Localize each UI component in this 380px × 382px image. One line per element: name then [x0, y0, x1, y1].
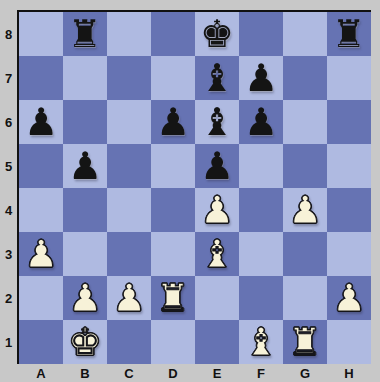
chess-diagram: 87654321 ♜♚♜♝♟♟♟♝♟♟♟♟♟♟♝♟♟♜♟♚♝♜ ABCDEFGH — [0, 0, 380, 382]
square-a4[interactable] — [19, 188, 63, 232]
square-h5[interactable] — [327, 144, 371, 188]
piece-white-pawn-b2[interactable]: ♟ — [68, 276, 102, 320]
chess-board: ♜♚♜♝♟♟♟♝♟♟♟♟♟♟♝♟♟♜♟♚♝♜ — [17, 10, 371, 364]
square-a8[interactable] — [19, 12, 63, 56]
square-d8[interactable] — [151, 12, 195, 56]
square-h1[interactable] — [327, 320, 371, 364]
square-e5[interactable]: ♟ — [195, 144, 239, 188]
piece-black-bishop-e7[interactable]: ♝ — [200, 56, 234, 100]
square-f5[interactable] — [239, 144, 283, 188]
square-c6[interactable] — [107, 100, 151, 144]
square-c2[interactable]: ♟ — [107, 276, 151, 320]
square-g7[interactable] — [283, 56, 327, 100]
square-d5[interactable] — [151, 144, 195, 188]
square-g6[interactable] — [283, 100, 327, 144]
square-d7[interactable] — [151, 56, 195, 100]
square-g1[interactable]: ♜ — [283, 320, 327, 364]
square-a7[interactable] — [19, 56, 63, 100]
file-label-b: B — [63, 364, 107, 382]
square-e3[interactable]: ♝ — [195, 232, 239, 276]
piece-white-rook-d2[interactable]: ♜ — [156, 276, 190, 320]
piece-white-pawn-g4[interactable]: ♟ — [288, 188, 322, 232]
square-f2[interactable] — [239, 276, 283, 320]
piece-black-pawn-b5[interactable]: ♟ — [68, 144, 102, 188]
piece-black-king-e8[interactable]: ♚ — [200, 12, 234, 56]
file-label-h: H — [327, 364, 371, 382]
square-a3[interactable]: ♟ — [19, 232, 63, 276]
square-c1[interactable] — [107, 320, 151, 364]
rank-label-1: 1 — [0, 320, 17, 364]
square-f3[interactable] — [239, 232, 283, 276]
rank-labels: 87654321 — [0, 12, 17, 364]
piece-black-pawn-e5[interactable]: ♟ — [200, 144, 234, 188]
square-g3[interactable] — [283, 232, 327, 276]
piece-black-bishop-e6[interactable]: ♝ — [200, 100, 234, 144]
file-label-e: E — [195, 364, 239, 382]
square-e8[interactable]: ♚ — [195, 12, 239, 56]
square-b4[interactable] — [63, 188, 107, 232]
square-d1[interactable] — [151, 320, 195, 364]
square-d6[interactable]: ♟ — [151, 100, 195, 144]
square-h7[interactable] — [327, 56, 371, 100]
square-e6[interactable]: ♝ — [195, 100, 239, 144]
piece-white-pawn-e4[interactable]: ♟ — [200, 188, 234, 232]
file-labels: ABCDEFGH — [19, 364, 371, 382]
file-label-a: A — [19, 364, 63, 382]
square-h4[interactable] — [327, 188, 371, 232]
square-h6[interactable] — [327, 100, 371, 144]
piece-black-pawn-d6[interactable]: ♟ — [156, 100, 190, 144]
square-a1[interactable] — [19, 320, 63, 364]
rank-label-7: 7 — [0, 56, 17, 100]
file-label-f: F — [239, 364, 283, 382]
square-g4[interactable]: ♟ — [283, 188, 327, 232]
square-h2[interactable]: ♟ — [327, 276, 371, 320]
piece-black-pawn-f6[interactable]: ♟ — [244, 100, 278, 144]
square-c3[interactable] — [107, 232, 151, 276]
square-g5[interactable] — [283, 144, 327, 188]
square-e7[interactable]: ♝ — [195, 56, 239, 100]
square-b5[interactable]: ♟ — [63, 144, 107, 188]
square-e2[interactable] — [195, 276, 239, 320]
piece-white-pawn-h2[interactable]: ♟ — [332, 276, 366, 320]
square-f6[interactable]: ♟ — [239, 100, 283, 144]
square-c4[interactable] — [107, 188, 151, 232]
square-c5[interactable] — [107, 144, 151, 188]
square-c8[interactable] — [107, 12, 151, 56]
square-a6[interactable]: ♟ — [19, 100, 63, 144]
square-e1[interactable] — [195, 320, 239, 364]
square-h3[interactable] — [327, 232, 371, 276]
square-b3[interactable] — [63, 232, 107, 276]
square-b6[interactable] — [63, 100, 107, 144]
square-b8[interactable]: ♜ — [63, 12, 107, 56]
square-f1[interactable]: ♝ — [239, 320, 283, 364]
square-a2[interactable] — [19, 276, 63, 320]
piece-white-bishop-e3[interactable]: ♝ — [200, 232, 234, 276]
rank-label-2: 2 — [0, 276, 17, 320]
square-d4[interactable] — [151, 188, 195, 232]
piece-black-pawn-a6[interactable]: ♟ — [24, 100, 58, 144]
file-label-g: G — [283, 364, 327, 382]
square-g2[interactable] — [283, 276, 327, 320]
piece-black-rook-h8[interactable]: ♜ — [332, 12, 366, 56]
piece-white-bishop-f1[interactable]: ♝ — [244, 320, 278, 364]
rank-label-6: 6 — [0, 100, 17, 144]
piece-white-rook-g1[interactable]: ♜ — [288, 320, 322, 364]
square-b1[interactable]: ♚ — [63, 320, 107, 364]
square-f7[interactable]: ♟ — [239, 56, 283, 100]
square-c7[interactable] — [107, 56, 151, 100]
rank-label-8: 8 — [0, 12, 17, 56]
square-f8[interactable] — [239, 12, 283, 56]
square-e4[interactable]: ♟ — [195, 188, 239, 232]
square-d2[interactable]: ♜ — [151, 276, 195, 320]
square-b2[interactable]: ♟ — [63, 276, 107, 320]
piece-white-pawn-a3[interactable]: ♟ — [24, 232, 58, 276]
rank-label-5: 5 — [0, 144, 17, 188]
file-label-c: C — [107, 364, 151, 382]
square-f4[interactable] — [239, 188, 283, 232]
file-label-d: D — [151, 364, 195, 382]
rank-label-3: 3 — [0, 232, 17, 276]
square-a5[interactable] — [19, 144, 63, 188]
piece-black-rook-b8[interactable]: ♜ — [68, 12, 102, 56]
piece-white-pawn-c2[interactable]: ♟ — [112, 276, 146, 320]
square-g8[interactable] — [283, 12, 327, 56]
piece-black-pawn-f7[interactable]: ♟ — [244, 56, 278, 100]
piece-white-king-b1[interactable]: ♚ — [68, 320, 102, 364]
square-d3[interactable] — [151, 232, 195, 276]
rank-label-4: 4 — [0, 188, 17, 232]
square-h8[interactable]: ♜ — [327, 12, 371, 56]
square-b7[interactable] — [63, 56, 107, 100]
